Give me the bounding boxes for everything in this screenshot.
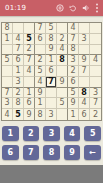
numpad-backspace-button[interactable]: ←: [84, 145, 101, 160]
cell-r1c9[interactable]: [90, 23, 101, 34]
cell-r2c2[interactable]: 4: [13, 34, 24, 45]
menu-icon[interactable]: [95, 3, 99, 13]
cell-r1c8[interactable]: [79, 23, 90, 34]
numpad-button-7[interactable]: 7: [23, 145, 40, 160]
numpad-button-4[interactable]: 4: [64, 126, 81, 141]
cell-r7c5[interactable]: [46, 88, 57, 99]
cell-r5c4[interactable]: 5: [35, 66, 46, 77]
cell-r8c3[interactable]: 6: [24, 98, 35, 109]
cell-r1c2[interactable]: [13, 23, 24, 34]
cell-r2c7[interactable]: 7: [68, 34, 79, 45]
cell-r2c8[interactable]: 3: [79, 34, 90, 45]
cell-r6c6[interactable]: 9: [57, 77, 68, 88]
cell-r4c5[interactable]: 1: [46, 55, 57, 66]
cell-r2c5[interactable]: 8: [46, 34, 57, 45]
cell-r8c6[interactable]: 5: [57, 98, 68, 109]
cell-r5c5[interactable]: 6: [46, 66, 57, 77]
cell-r9c4[interactable]: 8: [35, 109, 46, 120]
cell-r2c3[interactable]: 5: [24, 34, 35, 45]
sudoku-board: 8754145682737294856721839414562734796721…: [1, 22, 102, 121]
number-pad: 123456789←: [0, 126, 103, 160]
cell-r2c9[interactable]: [90, 34, 101, 45]
cell-r2c4[interactable]: 6: [35, 34, 46, 45]
cell-r6c9[interactable]: [90, 77, 101, 88]
cell-r1c7[interactable]: 4: [68, 23, 79, 34]
cell-r8c9[interactable]: 7: [90, 98, 101, 109]
cell-r2c1[interactable]: 1: [2, 34, 13, 45]
cell-r7c9[interactable]: 3: [90, 88, 101, 99]
cell-r5c3[interactable]: 4: [24, 66, 35, 77]
cell-r5c2[interactable]: 1: [13, 66, 24, 77]
cell-r9c3[interactable]: 9: [24, 109, 35, 120]
cell-r3c2[interactable]: 7: [13, 45, 24, 56]
cell-r1c1[interactable]: 8: [2, 23, 13, 34]
cell-r7c7[interactable]: 5: [68, 88, 79, 99]
cell-r3c9[interactable]: [90, 45, 101, 56]
cell-r8c4[interactable]: 1: [35, 98, 46, 109]
cell-r6c8[interactable]: [79, 77, 90, 88]
cell-r9c6[interactable]: [57, 109, 68, 120]
cell-r1c4[interactable]: 7: [35, 23, 46, 34]
cell-r4c8[interactable]: 9: [79, 55, 90, 66]
cell-r6c7[interactable]: 6: [68, 77, 79, 88]
cell-r1c5[interactable]: 5: [46, 23, 57, 34]
numpad-button-2[interactable]: 2: [23, 126, 40, 141]
cell-r5c1[interactable]: [2, 66, 13, 77]
cell-r6c4[interactable]: 4: [35, 77, 46, 88]
cell-r7c4[interactable]: 9: [35, 88, 46, 99]
cell-r6c5[interactable]: 7: [46, 77, 57, 88]
bottom-bar: [0, 165, 103, 183]
cell-r1c3[interactable]: [24, 23, 35, 34]
cell-r6c2[interactable]: 3: [13, 77, 24, 88]
game-timer: 01:19: [5, 4, 26, 12]
numpad-button-9[interactable]: 9: [64, 145, 81, 160]
appbar-icons: [56, 3, 99, 13]
cell-r9c5[interactable]: 3: [46, 109, 57, 120]
cell-r2c6[interactable]: 2: [57, 34, 68, 45]
numpad-button-8[interactable]: 8: [43, 145, 60, 160]
cell-r3c8[interactable]: [79, 45, 90, 56]
numpad-button-1[interactable]: 1: [2, 126, 19, 141]
cell-r3c4[interactable]: [35, 45, 46, 56]
cell-r7c2[interactable]: 2: [13, 88, 24, 99]
cell-r9c1[interactable]: 4: [2, 109, 13, 120]
cell-r8c1[interactable]: 3: [2, 98, 13, 109]
cell-r7c8[interactable]: 8: [79, 88, 90, 99]
numpad-button-3[interactable]: 3: [43, 126, 60, 141]
cell-r5c6[interactable]: [57, 66, 68, 77]
cell-r7c3[interactable]: 1: [24, 88, 35, 99]
cell-r4c9[interactable]: 4: [90, 55, 101, 66]
cell-r7c6[interactable]: [57, 88, 68, 99]
cell-r9c8[interactable]: 6: [79, 109, 90, 120]
numpad-button-5[interactable]: 5: [84, 126, 101, 141]
app-bar: 01:19: [0, 0, 103, 16]
cell-r8c5[interactable]: [46, 98, 57, 109]
cell-r3c1[interactable]: [2, 45, 13, 56]
cell-r3c5[interactable]: 9: [46, 45, 57, 56]
undo-icon[interactable]: [69, 4, 77, 12]
cell-r9c2[interactable]: 5: [13, 109, 24, 120]
cell-r4c4[interactable]: 2: [35, 55, 46, 66]
cell-r8c8[interactable]: 4: [79, 98, 90, 109]
numpad-button-6[interactable]: 6: [2, 145, 19, 160]
cell-r1c6[interactable]: [57, 23, 68, 34]
cell-r3c7[interactable]: 8: [68, 45, 79, 56]
board-area: 8754145682737294856721839414562734796721…: [0, 16, 103, 121]
cell-r9c9[interactable]: 2: [90, 109, 101, 120]
cell-r4c6[interactable]: 8: [57, 55, 68, 66]
cell-r4c1[interactable]: 5: [2, 55, 13, 66]
cell-r7c1[interactable]: 7: [2, 88, 13, 99]
cell-r4c7[interactable]: 3: [68, 55, 79, 66]
sound-icon[interactable]: [82, 4, 90, 12]
cell-r5c9[interactable]: [90, 66, 101, 77]
cell-r6c1[interactable]: [2, 77, 13, 88]
cell-r6c3[interactable]: [24, 77, 35, 88]
cell-r3c3[interactable]: 2: [24, 45, 35, 56]
cell-r9c7[interactable]: 1: [68, 109, 79, 120]
cell-r8c7[interactable]: 9: [68, 98, 79, 109]
pause-icon[interactable]: [56, 4, 64, 12]
cell-r4c2[interactable]: 6: [13, 55, 24, 66]
cell-r5c8[interactable]: 7: [79, 66, 90, 77]
cell-r3c6[interactable]: 4: [57, 45, 68, 56]
cell-r5c7[interactable]: 2: [68, 66, 79, 77]
cell-r4c3[interactable]: 7: [24, 55, 35, 66]
cell-r8c2[interactable]: 8: [13, 98, 24, 109]
